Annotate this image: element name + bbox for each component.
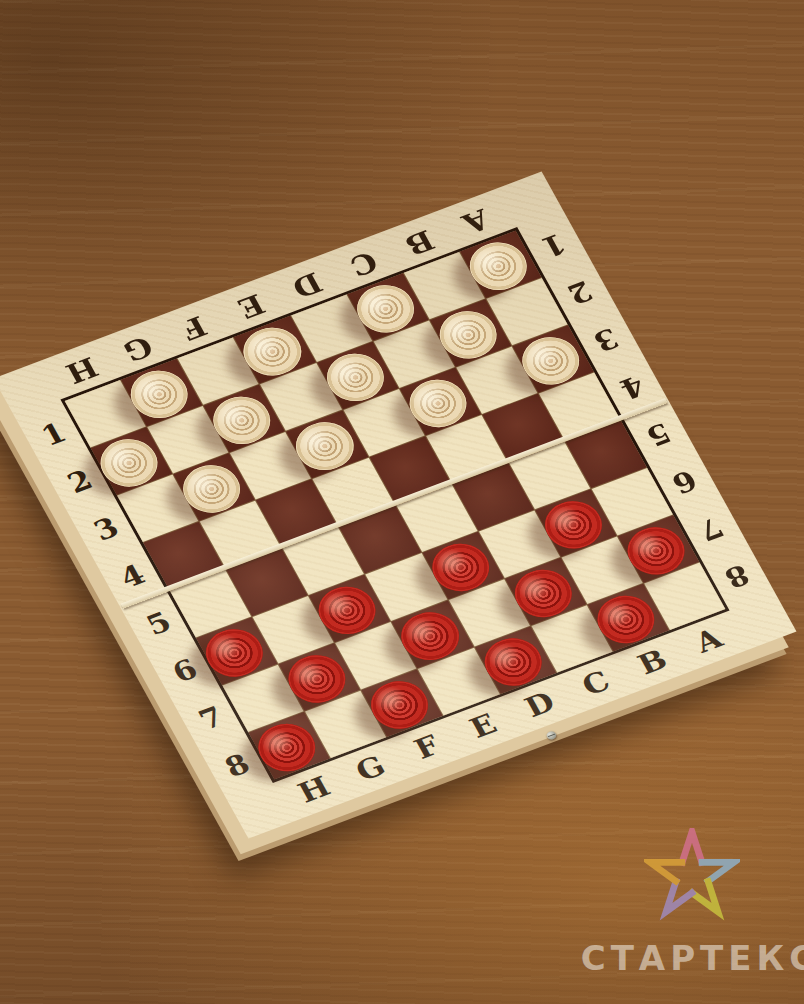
checkers-board: HGFEDCBA HGFEDCBA 12345678 12345678	[0, 172, 796, 839]
watermark-logo: СТАРТЕКС	[540, 820, 804, 990]
star-icon	[644, 828, 740, 924]
screw-icon	[545, 730, 558, 741]
table-background: { "game": "checkers", "description": "Wo…	[0, 0, 804, 1004]
watermark-text: СТАРТЕКС	[540, 938, 804, 978]
